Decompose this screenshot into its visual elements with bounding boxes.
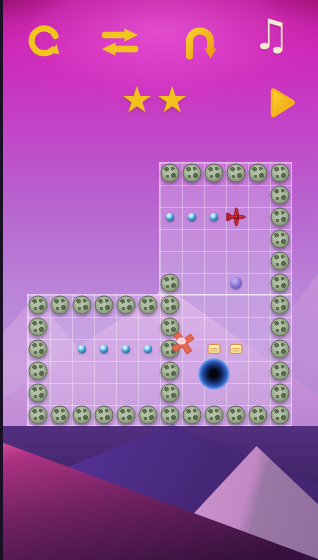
rock: [160, 362, 179, 381]
rock: [270, 296, 289, 315]
rock: [72, 406, 91, 425]
rock: [182, 406, 201, 425]
rock: [28, 296, 47, 315]
rock: [270, 208, 289, 227]
dot: [78, 345, 86, 353]
vortex: [198, 358, 230, 390]
ghost-dot: [230, 277, 242, 289]
double-arrows-icon: [97, 46, 143, 61]
u-turn-arrow-icon: [181, 50, 219, 65]
pad: [229, 344, 242, 354]
rock: [270, 186, 289, 205]
rock: [270, 362, 289, 381]
dot: [210, 213, 218, 221]
rock: [270, 384, 289, 403]
dot: [144, 345, 152, 353]
rock: [28, 340, 47, 359]
refresh-icon: [24, 49, 64, 64]
rock: [226, 406, 245, 425]
rock: [270, 164, 289, 183]
rock: [28, 362, 47, 381]
dot: [122, 345, 130, 353]
play-button[interactable]: [264, 85, 298, 121]
rock: [204, 164, 223, 183]
rock: [28, 406, 47, 425]
rock: [270, 318, 289, 337]
star-icon-1: ★: [121, 82, 153, 118]
play-triangle-icon: [264, 109, 298, 124]
rock: [28, 384, 47, 403]
rock: [160, 274, 179, 293]
rock: [50, 406, 69, 425]
dot: [188, 213, 196, 221]
restart-button[interactable]: [24, 21, 64, 61]
rock: [94, 296, 113, 315]
rock: [50, 296, 69, 315]
rock: [248, 406, 267, 425]
rock: [94, 406, 113, 425]
star-icon-2: ★: [156, 82, 188, 118]
rock: [72, 296, 91, 315]
plane[interactable]: [224, 205, 248, 229]
rock: [270, 274, 289, 293]
crash: [166, 326, 200, 360]
rock: [28, 318, 47, 337]
rock: [270, 406, 289, 425]
rock: [160, 164, 179, 183]
swap-direction-button[interactable]: [97, 26, 143, 58]
rock: [248, 164, 267, 183]
rock: [160, 406, 179, 425]
rock: [116, 406, 135, 425]
stars-earned: ★ ★: [119, 82, 191, 118]
rock: [226, 164, 245, 183]
rock: [160, 384, 179, 403]
rock: [116, 296, 135, 315]
rock: [204, 406, 223, 425]
pad: [207, 344, 220, 354]
dot: [166, 213, 174, 221]
rock: [182, 164, 201, 183]
music-toggle-button[interactable]: ♫: [253, 14, 291, 56]
rock: [138, 296, 157, 315]
dot: [100, 345, 108, 353]
rock: [270, 252, 289, 271]
music-note-icon: ♫: [253, 10, 291, 59]
rock: [160, 296, 179, 315]
rock: [138, 406, 157, 425]
rock: [270, 230, 289, 249]
undo-button[interactable]: [181, 24, 219, 62]
game-screen: ♫ ★ ★: [3, 0, 318, 560]
rock: [270, 340, 289, 359]
